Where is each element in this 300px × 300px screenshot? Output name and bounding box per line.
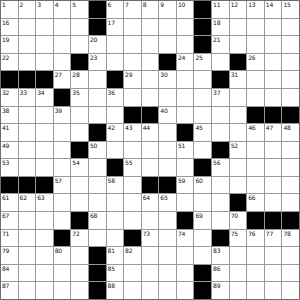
white-cell[interactable]: [124, 265, 141, 282]
white-cell[interactable]: [247, 36, 264, 53]
white-cell[interactable]: [54, 124, 71, 141]
white-cell[interactable]: [212, 212, 229, 229]
white-cell[interactable]: [19, 19, 36, 36]
white-cell[interactable]: 80: [54, 247, 71, 264]
clue-number: 41: [2, 124, 9, 131]
white-cell[interactable]: 88: [107, 282, 124, 299]
white-cell[interactable]: 71: [1, 230, 18, 247]
white-cell[interactable]: [265, 19, 282, 36]
white-cell[interactable]: [282, 194, 299, 211]
white-cell[interactable]: 58: [107, 177, 124, 194]
clue-number: 25: [195, 54, 202, 61]
white-cell[interactable]: [194, 194, 211, 211]
black-cell: [1, 177, 18, 194]
clue-number: 44: [143, 124, 150, 131]
white-cell[interactable]: [124, 54, 141, 71]
white-cell[interactable]: [230, 247, 247, 264]
white-cell[interactable]: [142, 212, 159, 229]
white-cell[interactable]: [212, 124, 229, 141]
white-cell[interactable]: [89, 230, 106, 247]
white-cell[interactable]: [142, 265, 159, 282]
white-cell[interactable]: 60: [194, 177, 211, 194]
white-cell[interactable]: [107, 107, 124, 124]
white-cell[interactable]: 54: [71, 159, 88, 176]
white-cell[interactable]: 68: [89, 212, 106, 229]
clue-number: 35: [72, 89, 79, 96]
white-cell[interactable]: 25: [194, 54, 211, 71]
white-cell[interactable]: 11: [212, 1, 229, 18]
white-cell[interactable]: [177, 194, 194, 211]
white-cell[interactable]: 24: [177, 54, 194, 71]
white-cell[interactable]: [247, 177, 264, 194]
white-cell[interactable]: [36, 212, 53, 229]
white-cell[interactable]: [177, 247, 194, 264]
white-cell[interactable]: 27: [54, 71, 71, 88]
white-cell[interactable]: 72: [71, 230, 88, 247]
white-cell[interactable]: [54, 19, 71, 36]
white-cell[interactable]: [54, 54, 71, 71]
white-cell[interactable]: 82: [124, 247, 141, 264]
white-cell[interactable]: [54, 265, 71, 282]
clue-number: 76: [248, 230, 255, 237]
clue-number: 36: [108, 89, 115, 96]
white-cell[interactable]: [124, 142, 141, 159]
white-cell[interactable]: [142, 19, 159, 36]
white-cell[interactable]: [71, 265, 88, 282]
clue-number: 84: [2, 265, 9, 272]
white-cell[interactable]: [159, 230, 176, 247]
white-cell[interactable]: [212, 54, 229, 71]
clue-number: 75: [231, 230, 238, 237]
white-cell[interactable]: [124, 212, 141, 229]
white-cell[interactable]: [194, 71, 211, 88]
white-cell[interactable]: [159, 89, 176, 106]
white-cell[interactable]: 12: [230, 1, 247, 18]
clue-number: 19: [2, 36, 9, 43]
white-cell[interactable]: [177, 89, 194, 106]
white-cell[interactable]: [71, 107, 88, 124]
white-cell[interactable]: 87: [1, 282, 18, 299]
white-cell[interactable]: 84: [1, 265, 18, 282]
white-cell[interactable]: [230, 36, 247, 53]
white-cell[interactable]: [230, 19, 247, 36]
white-cell[interactable]: 23: [89, 54, 106, 71]
white-cell[interactable]: [265, 265, 282, 282]
white-cell[interactable]: 13: [247, 1, 264, 18]
clue-number: 53: [2, 159, 9, 166]
white-cell[interactable]: [124, 177, 141, 194]
white-cell[interactable]: [54, 159, 71, 176]
white-cell[interactable]: [230, 107, 247, 124]
white-cell[interactable]: 73: [142, 230, 159, 247]
white-cell[interactable]: 14: [265, 1, 282, 18]
white-cell[interactable]: 77: [265, 230, 282, 247]
white-cell[interactable]: [265, 71, 282, 88]
clue-number: 81: [108, 247, 115, 254]
black-cell: [194, 1, 211, 18]
white-cell[interactable]: [247, 19, 264, 36]
white-cell[interactable]: [247, 282, 264, 299]
clue-number: 20: [90, 36, 97, 43]
white-cell[interactable]: [159, 212, 176, 229]
white-cell[interactable]: [89, 177, 106, 194]
clue-number: 47: [266, 124, 273, 131]
clue-number: 89: [213, 282, 220, 289]
white-cell[interactable]: [124, 19, 141, 36]
white-cell[interactable]: 36: [107, 89, 124, 106]
black-cell: [265, 212, 282, 229]
black-cell: [194, 159, 211, 176]
white-cell[interactable]: 21: [212, 36, 229, 53]
white-cell[interactable]: [19, 212, 36, 229]
white-cell[interactable]: [142, 71, 159, 88]
black-cell: [89, 265, 106, 282]
white-cell[interactable]: 16: [1, 19, 18, 36]
white-cell[interactable]: [124, 89, 141, 106]
white-cell[interactable]: [265, 282, 282, 299]
white-cell[interactable]: 22: [1, 54, 18, 71]
white-cell[interactable]: [19, 142, 36, 159]
white-cell[interactable]: 1: [1, 1, 18, 18]
clue-number: 67: [2, 212, 9, 219]
white-cell[interactable]: 34: [36, 89, 53, 106]
white-cell[interactable]: [54, 36, 71, 53]
black-cell: [177, 124, 194, 141]
white-cell[interactable]: [36, 124, 53, 141]
white-cell[interactable]: [54, 142, 71, 159]
white-cell[interactable]: 33: [19, 89, 36, 106]
white-cell[interactable]: [19, 265, 36, 282]
white-cell[interactable]: [36, 282, 53, 299]
black-cell: [124, 230, 141, 247]
white-cell[interactable]: [265, 36, 282, 53]
white-cell[interactable]: [36, 265, 53, 282]
white-cell[interactable]: [247, 265, 264, 282]
white-cell[interactable]: 66: [247, 194, 264, 211]
white-cell[interactable]: 61: [1, 194, 18, 211]
white-cell[interactable]: [36, 142, 53, 159]
white-cell[interactable]: [194, 89, 211, 106]
white-cell[interactable]: 42: [107, 124, 124, 141]
clue-number: 83: [213, 247, 220, 254]
white-cell[interactable]: 45: [194, 124, 211, 141]
white-cell[interactable]: 2: [19, 1, 36, 18]
white-cell[interactable]: [19, 107, 36, 124]
white-cell[interactable]: 70: [230, 212, 247, 229]
white-cell[interactable]: [159, 159, 176, 176]
white-cell[interactable]: 67: [1, 212, 18, 229]
white-cell[interactable]: [247, 247, 264, 264]
white-cell[interactable]: 41: [1, 124, 18, 141]
white-cell[interactable]: [19, 247, 36, 264]
white-cell[interactable]: [282, 19, 299, 36]
clue-number: 49: [2, 142, 9, 149]
white-cell[interactable]: 86: [212, 265, 229, 282]
white-cell[interactable]: [282, 89, 299, 106]
white-cell[interactable]: [265, 54, 282, 71]
white-cell[interactable]: 59: [177, 177, 194, 194]
white-cell[interactable]: [177, 107, 194, 124]
white-cell[interactable]: [282, 177, 299, 194]
white-cell[interactable]: [107, 230, 124, 247]
white-cell[interactable]: [159, 282, 176, 299]
white-cell[interactable]: 57: [54, 177, 71, 194]
white-cell[interactable]: [159, 36, 176, 53]
white-cell[interactable]: [230, 124, 247, 141]
white-cell[interactable]: 81: [107, 247, 124, 264]
white-cell[interactable]: [54, 212, 71, 229]
white-cell[interactable]: 64: [142, 194, 159, 211]
white-cell[interactable]: [124, 282, 141, 299]
clue-number: 55: [125, 159, 132, 166]
white-cell[interactable]: 15: [282, 1, 299, 18]
white-cell[interactable]: [177, 36, 194, 53]
white-cell[interactable]: 44: [142, 124, 159, 141]
black-cell: [247, 212, 264, 229]
white-cell[interactable]: 76: [247, 230, 264, 247]
white-cell[interactable]: [282, 36, 299, 53]
clue-number: 78: [283, 230, 290, 237]
white-cell[interactable]: [194, 107, 211, 124]
white-cell[interactable]: [19, 36, 36, 53]
white-cell[interactable]: 78: [282, 230, 299, 247]
white-cell[interactable]: 4: [54, 1, 71, 18]
clue-number: 14: [266, 1, 273, 8]
black-cell: [71, 54, 88, 71]
white-cell[interactable]: 39: [54, 107, 71, 124]
white-cell[interactable]: [19, 159, 36, 176]
black-cell: [124, 107, 141, 124]
white-cell[interactable]: [159, 265, 176, 282]
white-cell[interactable]: [36, 230, 53, 247]
white-cell[interactable]: [177, 71, 194, 88]
white-cell[interactable]: [212, 194, 229, 211]
white-cell[interactable]: 69: [194, 212, 211, 229]
clue-number: 72: [72, 230, 79, 237]
white-cell[interactable]: 9: [159, 1, 176, 18]
white-cell[interactable]: 85: [107, 265, 124, 282]
white-cell[interactable]: 89: [212, 282, 229, 299]
clue-number: 31: [231, 71, 238, 78]
white-cell[interactable]: [36, 159, 53, 176]
white-cell[interactable]: [142, 54, 159, 71]
black-cell: [247, 107, 264, 124]
white-cell[interactable]: [247, 159, 264, 176]
white-cell[interactable]: 63: [36, 194, 53, 211]
white-cell[interactable]: [265, 177, 282, 194]
white-cell[interactable]: [230, 282, 247, 299]
white-cell[interactable]: [71, 36, 88, 53]
white-cell[interactable]: [54, 282, 71, 299]
white-cell[interactable]: 74: [177, 230, 194, 247]
black-cell: [89, 19, 106, 36]
white-cell[interactable]: [36, 247, 53, 264]
black-cell: [54, 230, 71, 247]
white-cell[interactable]: 43: [124, 124, 141, 141]
white-cell[interactable]: [36, 54, 53, 71]
clue-number: 80: [55, 247, 62, 254]
white-cell[interactable]: [159, 142, 176, 159]
white-cell[interactable]: [36, 19, 53, 36]
white-cell[interactable]: [265, 194, 282, 211]
clue-number: 40: [160, 107, 167, 114]
clue-number: 63: [37, 194, 44, 201]
white-cell[interactable]: [142, 89, 159, 106]
clue-number: 85: [108, 265, 115, 272]
clue-number: 39: [55, 107, 62, 114]
white-cell[interactable]: 52: [230, 142, 247, 159]
white-cell[interactable]: [71, 124, 88, 141]
white-cell[interactable]: [54, 194, 71, 211]
white-cell[interactable]: [19, 54, 36, 71]
white-cell[interactable]: [36, 107, 53, 124]
clue-number: 32: [2, 89, 9, 96]
white-cell[interactable]: 17: [107, 19, 124, 36]
white-cell[interactable]: 55: [124, 159, 141, 176]
white-cell[interactable]: [159, 124, 176, 141]
white-cell[interactable]: 75: [230, 230, 247, 247]
clue-number: 22: [2, 54, 9, 61]
white-cell[interactable]: 3: [36, 1, 53, 18]
white-cell[interactable]: 35: [71, 89, 88, 106]
white-cell[interactable]: [194, 142, 211, 159]
white-cell[interactable]: [230, 265, 247, 282]
white-cell[interactable]: [177, 159, 194, 176]
white-cell[interactable]: [36, 36, 53, 53]
white-cell[interactable]: 6: [107, 1, 124, 18]
white-cell[interactable]: [71, 247, 88, 264]
white-cell[interactable]: [194, 247, 211, 264]
white-cell[interactable]: 29: [124, 71, 141, 88]
white-cell[interactable]: [265, 142, 282, 159]
white-cell[interactable]: [282, 247, 299, 264]
black-cell: [89, 124, 106, 141]
clue-number: 16: [2, 19, 9, 26]
white-cell[interactable]: 38: [1, 107, 18, 124]
white-cell[interactable]: 53: [1, 159, 18, 176]
white-cell[interactable]: [265, 247, 282, 264]
white-cell[interactable]: [159, 247, 176, 264]
black-cell: [142, 177, 159, 194]
white-cell[interactable]: [71, 194, 88, 211]
white-cell[interactable]: 79: [1, 247, 18, 264]
white-cell[interactable]: [89, 71, 106, 88]
white-cell[interactable]: [177, 282, 194, 299]
white-cell[interactable]: [89, 107, 106, 124]
white-cell[interactable]: [230, 159, 247, 176]
white-cell[interactable]: 56: [212, 159, 229, 176]
white-cell[interactable]: [142, 247, 159, 264]
white-cell[interactable]: [177, 19, 194, 36]
white-cell[interactable]: [107, 142, 124, 159]
white-cell[interactable]: [142, 282, 159, 299]
white-cell[interactable]: [142, 36, 159, 53]
white-cell[interactable]: [247, 71, 264, 88]
white-cell[interactable]: 5: [71, 1, 88, 18]
white-cell[interactable]: [107, 212, 124, 229]
black-cell: [71, 212, 88, 229]
clue-number: 37: [213, 89, 220, 96]
white-cell[interactable]: [71, 19, 88, 36]
white-cell[interactable]: [247, 142, 264, 159]
white-cell[interactable]: [159, 19, 176, 36]
white-cell[interactable]: 10: [177, 1, 194, 18]
white-cell[interactable]: 28: [71, 71, 88, 88]
white-cell[interactable]: 62: [19, 194, 36, 211]
white-cell[interactable]: [89, 194, 106, 211]
white-cell[interactable]: [71, 282, 88, 299]
white-cell[interactable]: 50: [89, 142, 106, 159]
clue-number: 88: [108, 282, 115, 289]
white-cell[interactable]: [282, 282, 299, 299]
white-cell[interactable]: 32: [1, 89, 18, 106]
white-cell[interactable]: [282, 71, 299, 88]
white-cell[interactable]: 30: [159, 71, 176, 88]
clue-number: 52: [231, 142, 238, 149]
white-cell[interactable]: 46: [247, 124, 264, 141]
white-cell[interactable]: [177, 265, 194, 282]
white-cell[interactable]: 26: [247, 54, 264, 71]
white-cell[interactable]: [230, 177, 247, 194]
white-cell[interactable]: [89, 159, 106, 176]
white-cell[interactable]: 40: [159, 107, 176, 124]
white-cell[interactable]: [89, 89, 106, 106]
white-cell[interactable]: [107, 36, 124, 53]
white-cell[interactable]: 8: [142, 1, 159, 18]
white-cell[interactable]: [19, 124, 36, 141]
white-cell[interactable]: 31: [230, 71, 247, 88]
clue-number: 13: [248, 1, 255, 8]
white-cell[interactable]: [265, 159, 282, 176]
white-cell[interactable]: [265, 89, 282, 106]
white-cell[interactable]: 51: [177, 142, 194, 159]
white-cell[interactable]: [71, 177, 88, 194]
white-cell[interactable]: [19, 282, 36, 299]
white-cell[interactable]: [124, 194, 141, 211]
white-cell[interactable]: 48: [282, 124, 299, 141]
white-cell[interactable]: 7: [124, 1, 141, 18]
white-cell[interactable]: 37: [212, 89, 229, 106]
white-cell[interactable]: [142, 142, 159, 159]
white-cell[interactable]: 83: [212, 247, 229, 264]
white-cell[interactable]: [282, 142, 299, 159]
white-cell[interactable]: 47: [265, 124, 282, 141]
clue-number: 1: [2, 1, 6, 8]
white-cell[interactable]: 19: [1, 36, 18, 53]
white-cell[interactable]: 18: [212, 19, 229, 36]
white-cell[interactable]: 20: [89, 36, 106, 53]
white-cell[interactable]: [194, 230, 211, 247]
white-cell[interactable]: [142, 159, 159, 176]
white-cell[interactable]: [19, 230, 36, 247]
white-cell[interactable]: [124, 36, 141, 53]
white-cell[interactable]: [107, 54, 124, 71]
white-cell[interactable]: [282, 265, 299, 282]
clue-number: 70: [231, 212, 238, 219]
white-cell[interactable]: [212, 177, 229, 194]
white-cell[interactable]: [230, 89, 247, 106]
white-cell[interactable]: [282, 159, 299, 176]
clue-number: 74: [178, 230, 185, 237]
white-cell[interactable]: [107, 194, 124, 211]
black-cell: [36, 71, 53, 88]
white-cell[interactable]: 65: [159, 194, 176, 211]
white-cell[interactable]: [212, 107, 229, 124]
white-cell[interactable]: [247, 89, 264, 106]
white-cell[interactable]: [282, 54, 299, 71]
clue-number: 68: [90, 212, 97, 219]
white-cell[interactable]: 49: [1, 142, 18, 159]
